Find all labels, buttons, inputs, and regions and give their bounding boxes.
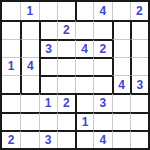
cell-r1c8[interactable]: 2 bbox=[130, 2, 148, 20]
cell-r5c7[interactable]: 4 bbox=[112, 75, 130, 93]
cell-r3c2[interactable] bbox=[20, 39, 38, 57]
cell-r4c7[interactable] bbox=[112, 57, 130, 75]
cell-r6c3[interactable]: 1 bbox=[39, 93, 57, 111]
cell-r1c5[interactable] bbox=[75, 2, 93, 20]
cell-r7c7[interactable] bbox=[112, 112, 130, 130]
cell-r8c2[interactable] bbox=[20, 130, 38, 148]
cell-r8c5[interactable] bbox=[75, 130, 93, 148]
given-digit: 3 bbox=[45, 43, 52, 55]
cell-r8c8[interactable] bbox=[130, 130, 148, 148]
cell-r2c2[interactable] bbox=[20, 20, 38, 38]
cell-r7c2[interactable] bbox=[20, 112, 38, 130]
cell-r4c8[interactable] bbox=[130, 57, 148, 75]
cell-r4c6[interactable] bbox=[93, 57, 111, 75]
cell-r2c1[interactable] bbox=[2, 20, 20, 38]
cell-r1c3[interactable] bbox=[39, 2, 57, 20]
cell-r3c6[interactable]: 2 bbox=[93, 39, 111, 57]
given-digit: 1 bbox=[27, 5, 34, 17]
cell-r5c4[interactable] bbox=[57, 75, 75, 93]
cell-r2c3[interactable] bbox=[39, 20, 57, 38]
cell-r3c7[interactable] bbox=[112, 39, 130, 57]
cell-r3c3[interactable]: 3 bbox=[39, 39, 57, 57]
cell-r4c1[interactable]: 1 bbox=[2, 57, 20, 75]
cell-r5c1[interactable] bbox=[2, 75, 20, 93]
cell-r6c7[interactable] bbox=[112, 93, 130, 111]
given-digit: 4 bbox=[100, 134, 107, 146]
cell-r1c2[interactable]: 1 bbox=[20, 2, 38, 20]
cell-r7c4[interactable] bbox=[57, 112, 75, 130]
given-digit: 1 bbox=[8, 60, 15, 72]
cell-r8c4[interactable] bbox=[57, 130, 75, 148]
cell-r2c7[interactable] bbox=[112, 20, 130, 38]
cell-r8c1[interactable]: 2 bbox=[2, 130, 20, 148]
cell-r6c2[interactable] bbox=[20, 93, 38, 111]
cell-r5c2[interactable] bbox=[20, 75, 38, 93]
cell-r2c6[interactable] bbox=[93, 20, 111, 38]
cell-r3c4[interactable] bbox=[57, 39, 75, 57]
cell-r3c5[interactable]: 4 bbox=[75, 39, 93, 57]
given-digit: 2 bbox=[100, 43, 107, 55]
cell-r6c1[interactable] bbox=[2, 93, 20, 111]
cell-r4c4[interactable] bbox=[57, 57, 75, 75]
given-digit: 1 bbox=[45, 97, 52, 109]
cell-r3c1[interactable] bbox=[2, 39, 20, 57]
cell-r6c4[interactable]: 2 bbox=[57, 93, 75, 111]
given-digit: 4 bbox=[27, 60, 34, 72]
given-digit: 4 bbox=[81, 43, 88, 55]
given-digit: 2 bbox=[136, 5, 143, 17]
cell-r8c7[interactable] bbox=[112, 130, 130, 148]
cell-r6c8[interactable] bbox=[130, 93, 148, 111]
cell-r2c8[interactable] bbox=[130, 20, 148, 38]
cell-r1c1[interactable] bbox=[2, 2, 20, 20]
cell-r2c5[interactable] bbox=[75, 20, 93, 38]
given-digit: 3 bbox=[137, 79, 144, 91]
given-digit: 3 bbox=[45, 134, 52, 146]
cell-r7c1[interactable] bbox=[2, 112, 20, 130]
cell-r4c2[interactable]: 4 bbox=[20, 57, 38, 75]
given-digit: 1 bbox=[82, 116, 89, 128]
cell-r7c6[interactable] bbox=[93, 112, 111, 130]
given-digit: 2 bbox=[8, 134, 15, 146]
given-digit: 4 bbox=[118, 79, 125, 91]
cell-r2c4[interactable]: 2 bbox=[57, 20, 75, 38]
cell-r1c7[interactable] bbox=[112, 2, 130, 20]
cell-r7c5[interactable]: 1 bbox=[75, 112, 93, 130]
cell-r8c3[interactable]: 3 bbox=[39, 130, 57, 148]
cell-r5c8[interactable]: 3 bbox=[130, 75, 148, 93]
cell-r8c6[interactable]: 4 bbox=[93, 130, 111, 148]
cell-r1c4[interactable] bbox=[57, 2, 75, 20]
cell-r4c5[interactable] bbox=[75, 57, 93, 75]
given-digit: 2 bbox=[63, 24, 70, 36]
cell-r5c3[interactable] bbox=[39, 75, 57, 93]
cell-r5c6[interactable] bbox=[93, 75, 111, 93]
cell-r7c8[interactable] bbox=[130, 112, 148, 130]
cell-r6c6[interactable]: 3 bbox=[93, 93, 111, 111]
given-digit: 3 bbox=[100, 97, 107, 109]
cell-r7c3[interactable] bbox=[39, 112, 57, 130]
cell-r4c3[interactable] bbox=[39, 57, 57, 75]
cell-r3c8[interactable] bbox=[130, 39, 148, 57]
cell-r6c5[interactable] bbox=[75, 93, 93, 111]
given-digit: 2 bbox=[63, 97, 70, 109]
cell-r5c5[interactable] bbox=[75, 75, 93, 93]
cell-r1c6[interactable]: 4 bbox=[93, 2, 111, 20]
given-digit: 4 bbox=[100, 5, 107, 17]
puzzle-board: 142234214431231234 bbox=[0, 0, 150, 150]
